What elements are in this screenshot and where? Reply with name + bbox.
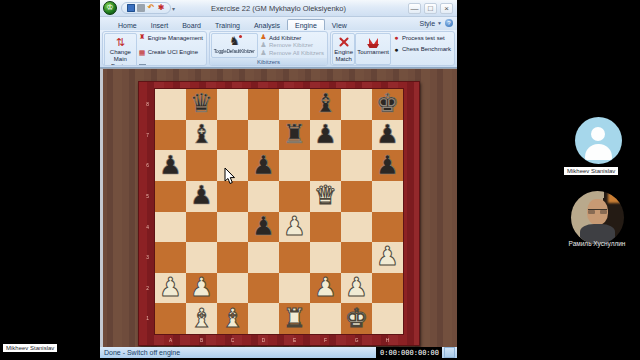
remove-kibitzer-icon: ♟: [260, 42, 267, 49]
person-silhouette-body: [585, 144, 612, 160]
file-label-f: F: [313, 336, 338, 344]
square-c5[interactable]: [217, 181, 248, 212]
orb-piece-icon: ♔: [106, 4, 113, 12]
rank-label-5: 5: [143, 184, 152, 209]
minimize-button[interactable]: —: [408, 3, 421, 14]
file-label-a: A: [158, 336, 183, 344]
square-d2[interactable]: [248, 273, 279, 304]
square-g2[interactable]: ♟: [341, 273, 372, 304]
change-main-engine-button[interactable]: ⇅ Change Main Engine: [104, 33, 137, 66]
style-dropdown[interactable]: Style▼: [419, 20, 442, 27]
rank-label-4: 4: [143, 215, 152, 240]
square-d1[interactable]: [248, 303, 279, 334]
square-d4[interactable]: ♟: [248, 212, 279, 243]
white-pawn[interactable]: ♟: [159, 274, 182, 300]
tournament-ship-icon: [366, 36, 380, 48]
group-label-testing: Testing: [331, 65, 454, 66]
tab-engine[interactable]: Engine: [287, 19, 325, 30]
process-test-set-button[interactable]: ● Process test set: [393, 34, 451, 41]
engine-management-icon: ♜: [139, 34, 146, 41]
square-d3[interactable]: [248, 242, 279, 273]
square-h7[interactable]: ♟: [372, 120, 403, 151]
save-icon[interactable]: [127, 4, 135, 12]
status-bar: Done - Switch off engine 0:00:00 0:00:00: [100, 347, 457, 358]
square-a3[interactable]: [155, 242, 186, 273]
square-e3[interactable]: [279, 242, 310, 273]
chess-app-window: ♔ ↶ ✱ ▾ Exercise 22 (GM Mykhaylo Oleksiy…: [100, 0, 457, 358]
black-pawn[interactable]: ♟: [252, 152, 275, 178]
create-uci-engine-button[interactable]: ▦ Create UCI Engine: [139, 49, 203, 56]
file-label-g: G: [344, 336, 369, 344]
participant-avatar[interactable]: [575, 117, 622, 164]
tab-view[interactable]: View: [325, 20, 354, 30]
square-a2[interactable]: ♟: [155, 273, 186, 304]
white-pawn[interactable]: ♟: [314, 274, 337, 300]
square-a8[interactable]: [155, 89, 186, 120]
tab-home[interactable]: Home: [111, 20, 144, 30]
square-a4[interactable]: [155, 212, 186, 243]
tab-analysis[interactable]: Analysis: [247, 20, 287, 30]
black-rook[interactable]: ♜: [283, 121, 306, 147]
square-h6[interactable]: ♟: [372, 150, 403, 181]
square-e5[interactable]: [279, 181, 310, 212]
white-bishop[interactable]: ♝: [221, 305, 244, 331]
file-label-c: C: [220, 336, 245, 344]
square-f6[interactable]: [310, 150, 341, 181]
square-g7[interactable]: [341, 120, 372, 151]
square-c3[interactable]: [217, 242, 248, 273]
window-controls: — □ ×: [408, 3, 453, 14]
square-h5[interactable]: [372, 181, 403, 212]
white-rook[interactable]: ♜: [283, 305, 306, 331]
board-panel: 87654321 ♛♝♚♝♜♟♟♟♟♟♟♛♟♟♟♟♟♟♟♝♝♜♚ ABCDEFG…: [100, 68, 457, 347]
white-pawn[interactable]: ♟: [345, 274, 368, 300]
square-g1[interactable]: ♚: [341, 303, 372, 334]
switch-off-engine-checkbox[interactable]: ✓ Switch off engine: [139, 64, 203, 66]
square-h2[interactable]: [372, 273, 403, 304]
square-e4[interactable]: ♟: [279, 212, 310, 243]
clock-display: 0:00:00 0:00:00: [376, 347, 442, 358]
black-king[interactable]: ♚: [376, 90, 399, 116]
status-text: Done - Switch off engine: [104, 349, 180, 356]
panel-left-edge: [100, 69, 103, 347]
square-d5[interactable]: [248, 181, 279, 212]
square-d8[interactable]: [248, 89, 279, 120]
remove-all-kibitzers-icon: ♟: [260, 50, 267, 57]
titlebar: ♔ ↶ ✱ ▾ Exercise 22 (GM Mykhaylo Oleksiy…: [100, 0, 457, 17]
black-pawn[interactable]: ♟: [252, 213, 275, 239]
square-f5[interactable]: ♛: [310, 181, 341, 212]
square-f7[interactable]: ♟: [310, 120, 341, 151]
square-h1[interactable]: [372, 303, 403, 334]
chevron-down-icon: ▼: [437, 20, 442, 26]
black-pawn[interactable]: ♟: [190, 182, 213, 208]
square-h8[interactable]: ♚: [372, 89, 403, 120]
swap-arrows-icon: ⇅: [116, 35, 125, 49]
toggle-default-kibitzer-button[interactable]: ♞ ToggleDefaultKibitzer: [211, 33, 258, 58]
ribbon-group-testing: Engine Match Tournament ● Process test s…: [330, 31, 455, 66]
square-b3[interactable]: [186, 242, 217, 273]
help-icon[interactable]: ?: [445, 19, 453, 27]
rank-label-3: 3: [143, 245, 152, 270]
test-set-dot-icon: ●: [393, 34, 400, 41]
white-pawn[interactable]: ♟: [376, 243, 399, 269]
square-b4[interactable]: [186, 212, 217, 243]
square-e7[interactable]: ♜: [279, 120, 310, 151]
square-g3[interactable]: [341, 242, 372, 273]
square-f8[interactable]: ♝: [310, 89, 341, 120]
black-pawn[interactable]: ♟: [376, 121, 399, 147]
square-g8[interactable]: [341, 89, 372, 120]
participant-1-name: Mikheev Stanislav: [564, 167, 618, 175]
board-squares: ♛♝♚♝♜♟♟♟♟♟♟♛♟♟♟♟♟♟♟♝♝♜♚: [155, 89, 403, 334]
tournament-button[interactable]: Tournament: [355, 33, 391, 65]
square-b6[interactable]: [186, 150, 217, 181]
uci-engine-icon: ▦: [139, 49, 146, 56]
maximize-button[interactable]: □: [424, 3, 437, 14]
screen: ♔ ↶ ✱ ▾ Exercise 22 (GM Mykhaylo Oleksiy…: [0, 0, 640, 360]
ribbon-tab-row: Home Insert Board Training Analysis Engi…: [100, 17, 457, 30]
square-f1[interactable]: [310, 303, 341, 334]
undo-icon[interactable]: ↶: [147, 4, 155, 12]
square-f4[interactable]: [310, 212, 341, 243]
file-labels: ABCDEFGH: [155, 335, 403, 345]
kibitzer-knight-icon: ♞: [229, 35, 240, 49]
white-queen[interactable]: ♛: [314, 182, 337, 208]
webcam-light-patch: [608, 193, 622, 203]
black-bishop[interactable]: ♝: [190, 121, 213, 147]
square-c7[interactable]: [217, 120, 248, 151]
square-e6[interactable]: [279, 150, 310, 181]
rank-label-2: 2: [143, 276, 152, 301]
file-label-b: B: [189, 336, 214, 344]
rank-label-1: 1: [143, 306, 152, 331]
checkbox-checked-icon: ✓: [139, 64, 146, 66]
black-pawn[interactable]: ♟: [376, 152, 399, 178]
remove-kibitzer-button[interactable]: ♟ Remove Kibitzer: [260, 42, 324, 49]
resize-grip-icon[interactable]: [444, 347, 455, 358]
quick-access-toolbar: ↶ ✱: [121, 2, 171, 14]
black-pawn[interactable]: ♟: [314, 121, 337, 147]
white-pawn[interactable]: ♟: [190, 274, 213, 300]
square-a1[interactable]: [155, 303, 186, 334]
file-label-d: D: [251, 336, 276, 344]
presenter-label: Mikheev Stanislav: [3, 344, 57, 352]
group-label-kibitzers: Kibitzers: [210, 58, 327, 66]
square-b2[interactable]: ♟: [186, 273, 217, 304]
white-bishop[interactable]: ♝: [190, 305, 213, 331]
participant-webcam-photo[interactable]: [571, 191, 624, 244]
square-f3[interactable]: [310, 242, 341, 273]
participant-2-name: Рамиль Хуснуллин: [558, 240, 636, 247]
white-pawn[interactable]: ♟: [283, 213, 306, 239]
rank-label-7: 7: [143, 123, 152, 148]
ribbon: ⇅ Change Main Engine ♜ Engine Management…: [100, 30, 457, 68]
mouse-cursor-icon: [224, 168, 236, 185]
black-queen[interactable]: ♛: [190, 90, 213, 116]
square-a7[interactable]: [155, 120, 186, 151]
app-orb-icon[interactable]: ♔: [103, 1, 117, 15]
square-c2[interactable]: [217, 273, 248, 304]
tab-training[interactable]: Training: [208, 20, 247, 30]
file-label-e: E: [282, 336, 307, 344]
print-icon[interactable]: [137, 4, 145, 12]
add-kibitzer-button[interactable]: ♟ Add Kibitzer: [260, 34, 324, 41]
glasses-icon: [588, 209, 607, 213]
add-kibitzer-icon: ♟: [260, 34, 267, 41]
remove-all-kibitzers-button[interactable]: ♟ Remove All Kibitzers: [260, 50, 324, 57]
tab-insert[interactable]: Insert: [144, 20, 176, 30]
ribbon-group-engine: ⇅ Change Main Engine ♜ Engine Management…: [102, 31, 207, 66]
square-h3[interactable]: ♟: [372, 242, 403, 273]
clock-white: 0:00:00: [380, 349, 410, 357]
file-label-h: H: [375, 336, 400, 344]
square-a5[interactable]: [155, 181, 186, 212]
rank-label-6: 6: [143, 153, 152, 178]
square-g5[interactable]: [341, 181, 372, 212]
square-b1[interactable]: ♝: [186, 303, 217, 334]
square-c4[interactable]: [217, 212, 248, 243]
square-b8[interactable]: ♛: [186, 89, 217, 120]
ribbon-group-kibitzers: ♞ ToggleDefaultKibitzer ♟ Add Kibitzer ♟…: [209, 31, 328, 66]
square-e1[interactable]: ♜: [279, 303, 310, 334]
square-h4[interactable]: [372, 212, 403, 243]
square-f2[interactable]: ♟: [310, 273, 341, 304]
tab-board[interactable]: Board: [175, 20, 208, 30]
square-c8[interactable]: [217, 89, 248, 120]
square-b5[interactable]: ♟: [186, 181, 217, 212]
refresh-icon[interactable]: ✱: [157, 4, 165, 12]
square-g4[interactable]: [341, 212, 372, 243]
rank-labels: 87654321: [142, 89, 153, 334]
square-a6[interactable]: ♟: [155, 150, 186, 181]
square-c1[interactable]: ♝: [217, 303, 248, 334]
qat-dropdown-icon[interactable]: ▾: [172, 5, 175, 12]
clock-black: 0:00:00: [410, 349, 440, 357]
board-frame: 87654321 ♛♝♚♝♜♟♟♟♟♟♟♛♟♟♟♟♟♟♟♝♝♜♚ ABCDEFG…: [138, 81, 420, 346]
tabrow-right: Style▼ ?: [419, 19, 453, 27]
square-b7[interactable]: ♝: [186, 120, 217, 151]
crossed-swords-icon: [338, 36, 350, 48]
close-button[interactable]: ×: [440, 3, 453, 14]
square-g6[interactable]: [341, 150, 372, 181]
square-e2[interactable]: [279, 273, 310, 304]
engine-management-button[interactable]: ♜ Engine Management: [139, 34, 203, 41]
benchmark-dot-icon: ●: [393, 46, 400, 53]
black-bishop[interactable]: ♝: [314, 90, 337, 116]
white-king[interactable]: ♚: [345, 305, 368, 331]
square-d6[interactable]: ♟: [248, 150, 279, 181]
rank-label-8: 8: [143, 92, 152, 117]
chess-benchmark-button[interactable]: ● Chess Benchmark: [393, 46, 451, 53]
square-e8[interactable]: [279, 89, 310, 120]
black-pawn[interactable]: ♟: [159, 152, 182, 178]
person-silhouette-icon: [591, 127, 605, 141]
engine-match-button[interactable]: Engine Match: [332, 33, 355, 65]
square-d7[interactable]: [248, 120, 279, 151]
